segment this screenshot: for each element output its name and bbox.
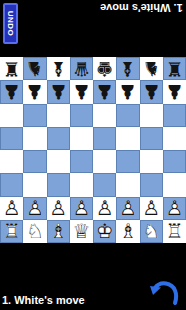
piece-white-bishop: ♝♗: [47, 220, 70, 243]
square-e8[interactable]: ♚: [93, 57, 116, 80]
piece-white-rook: ♜♖: [163, 220, 186, 243]
square-c6[interactable]: [47, 104, 70, 127]
bottom-bar: 1. White's move: [0, 243, 186, 310]
square-g8[interactable]: ♞: [140, 57, 163, 80]
piece-black-knight: ♞: [23, 57, 46, 80]
square-a7[interactable]: ♟: [0, 80, 23, 103]
piece-white-pawn: ♟♙: [116, 197, 139, 220]
square-f5[interactable]: [116, 127, 139, 150]
piece-black-pawn: ♟: [116, 80, 139, 103]
piece-white-pawn: ♟♙: [70, 197, 93, 220]
square-a2[interactable]: ♟♙: [0, 197, 23, 220]
square-h2[interactable]: ♟♙: [163, 197, 186, 220]
square-h3[interactable]: [163, 173, 186, 196]
piece-white-knight: ♞♘: [23, 220, 46, 243]
piece-black-bishop: ♝: [116, 57, 139, 80]
piece-black-rook: ♜: [163, 57, 186, 80]
square-g7[interactable]: ♟: [140, 80, 163, 103]
square-e1[interactable]: ♚♔: [93, 220, 116, 243]
piece-black-pawn: ♟: [23, 80, 46, 103]
square-e7[interactable]: ♟: [93, 80, 116, 103]
square-c4[interactable]: [47, 150, 70, 173]
square-g6[interactable]: [140, 104, 163, 127]
piece-white-pawn: ♟♙: [47, 197, 70, 220]
square-b5[interactable]: [23, 127, 46, 150]
piece-black-pawn: ♟: [163, 80, 186, 103]
piece-black-pawn: ♟: [0, 80, 23, 103]
square-b7[interactable]: ♟: [23, 80, 46, 103]
square-d6[interactable]: [70, 104, 93, 127]
square-d7[interactable]: ♟: [70, 80, 93, 103]
square-c5[interactable]: [47, 127, 70, 150]
square-c8[interactable]: ♝: [47, 57, 70, 80]
piece-black-pawn: ♟: [70, 80, 93, 103]
square-e6[interactable]: [93, 104, 116, 127]
piece-black-queen: ♛: [70, 57, 93, 80]
chess-app-screen: UNDO 1. White's move ♜♞♝♛♚♝♞♜♟♟♟♟♟♟♟♟♟♙♟…: [0, 0, 186, 310]
square-c1[interactable]: ♝♗: [47, 220, 70, 243]
square-a5[interactable]: [0, 127, 23, 150]
undo-arrow-button[interactable]: [148, 274, 182, 308]
piece-black-pawn: ♟: [93, 80, 116, 103]
piece-white-king: ♚♔: [93, 220, 116, 243]
piece-white-pawn: ♟♙: [23, 197, 46, 220]
square-a3[interactable]: [0, 173, 23, 196]
undo-button[interactable]: UNDO: [3, 3, 18, 44]
square-f2[interactable]: ♟♙: [116, 197, 139, 220]
piece-white-pawn: ♟♙: [163, 197, 186, 220]
square-a1[interactable]: ♜♖: [0, 220, 23, 243]
piece-white-pawn: ♟♙: [140, 197, 163, 220]
square-b3[interactable]: [23, 173, 46, 196]
square-h1[interactable]: ♜♖: [163, 220, 186, 243]
square-f4[interactable]: [116, 150, 139, 173]
square-g2[interactable]: ♟♙: [140, 197, 163, 220]
piece-white-knight: ♞♘: [140, 220, 163, 243]
square-h4[interactable]: [163, 150, 186, 173]
top-bar: UNDO 1. White's move: [0, 0, 186, 57]
square-b8[interactable]: ♞: [23, 57, 46, 80]
square-b4[interactable]: [23, 150, 46, 173]
square-h5[interactable]: [163, 127, 186, 150]
square-d4[interactable]: [70, 150, 93, 173]
square-a4[interactable]: [0, 150, 23, 173]
undo-arrow-icon: [148, 274, 182, 308]
status-text-top-rotated: 1. White's move: [100, 2, 183, 14]
square-h8[interactable]: ♜: [163, 57, 186, 80]
square-g1[interactable]: ♞♘: [140, 220, 163, 243]
square-c3[interactable]: [47, 173, 70, 196]
square-g5[interactable]: [140, 127, 163, 150]
square-d1[interactable]: ♛♕: [70, 220, 93, 243]
square-h6[interactable]: [163, 104, 186, 127]
undo-button-label: UNDO: [6, 11, 15, 37]
status-text-bottom: 1. White's move: [2, 294, 85, 306]
piece-black-king: ♚: [93, 57, 116, 80]
square-c2[interactable]: ♟♙: [47, 197, 70, 220]
square-h7[interactable]: ♟: [163, 80, 186, 103]
square-d3[interactable]: [70, 173, 93, 196]
square-g3[interactable]: [140, 173, 163, 196]
piece-black-bishop: ♝: [47, 57, 70, 80]
square-a6[interactable]: [0, 104, 23, 127]
square-f1[interactable]: ♝♗: [116, 220, 139, 243]
square-e3[interactable]: [93, 173, 116, 196]
square-a8[interactable]: ♜: [0, 57, 23, 80]
square-b2[interactable]: ♟♙: [23, 197, 46, 220]
piece-white-pawn: ♟♙: [93, 197, 116, 220]
piece-black-knight: ♞: [140, 57, 163, 80]
square-f8[interactable]: ♝: [116, 57, 139, 80]
piece-white-pawn: ♟♙: [0, 197, 23, 220]
square-d5[interactable]: [70, 127, 93, 150]
chess-board: ♜♞♝♛♚♝♞♜♟♟♟♟♟♟♟♟♟♙♟♙♟♙♟♙♟♙♟♙♟♙♟♙♜♖♞♘♝♗♛♕…: [0, 57, 186, 243]
piece-white-queen: ♛♕: [70, 220, 93, 243]
square-f6[interactable]: [116, 104, 139, 127]
square-c7[interactable]: ♟: [47, 80, 70, 103]
piece-black-pawn: ♟: [47, 80, 70, 103]
square-e4[interactable]: [93, 150, 116, 173]
square-f7[interactable]: ♟: [116, 80, 139, 103]
piece-white-bishop: ♝♗: [116, 220, 139, 243]
square-b1[interactable]: ♞♘: [23, 220, 46, 243]
square-e2[interactable]: ♟♙: [93, 197, 116, 220]
square-f3[interactable]: [116, 173, 139, 196]
square-e5[interactable]: [93, 127, 116, 150]
square-d8[interactable]: ♛: [70, 57, 93, 80]
square-g4[interactable]: [140, 150, 163, 173]
square-d2[interactable]: ♟♙: [70, 197, 93, 220]
piece-white-rook: ♜♖: [0, 220, 23, 243]
piece-black-pawn: ♟: [140, 80, 163, 103]
square-b6[interactable]: [23, 104, 46, 127]
piece-black-rook: ♜: [0, 57, 23, 80]
